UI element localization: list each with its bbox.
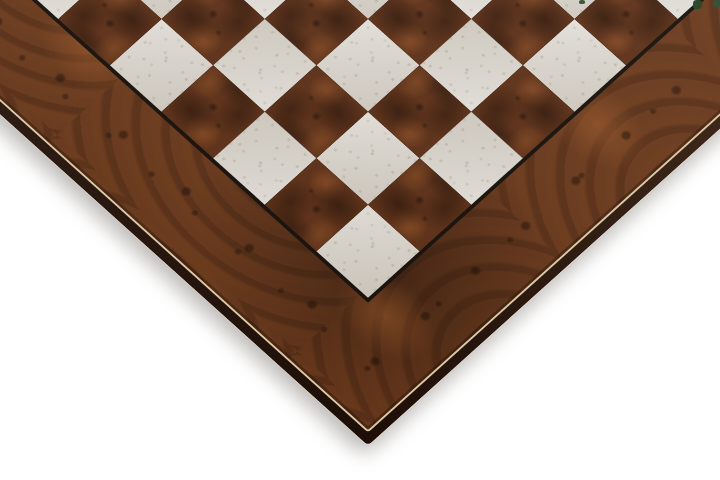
felt-speck: [579, 0, 585, 4]
felt-speck: [713, 0, 720, 7]
felt-speck: [693, 0, 702, 9]
board-field: [0, 0, 720, 298]
product-photo-scene: [0, 0, 720, 480]
